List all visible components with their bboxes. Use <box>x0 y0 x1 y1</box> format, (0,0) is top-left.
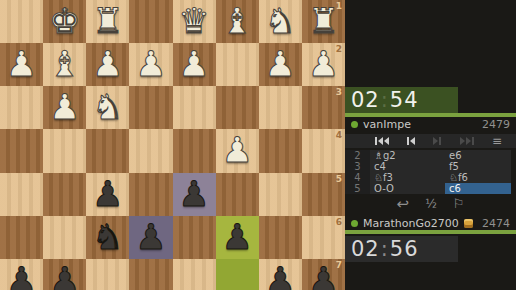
black-clock-separator: : <box>381 237 389 261</box>
square-a7[interactable]: 7♟ <box>302 259 345 290</box>
square-h4[interactable] <box>0 129 43 172</box>
game-actions: ↩ ½ ⚐ <box>345 194 516 213</box>
square-f6[interactable]: ♞ <box>86 216 129 259</box>
first-move-icon[interactable] <box>375 136 389 146</box>
square-d3[interactable] <box>173 86 216 129</box>
rank-coordinate-6: 6 <box>336 217 342 227</box>
board-container: ♚♜♛♝♞1♜♟♝♟♟♟♟2♟♟♞3♟4♟♟5♞♟♟6♟♟♟7♟♜♞♝♚♛♝♞8… <box>0 0 345 290</box>
square-h1[interactable] <box>0 0 43 43</box>
move-white-2[interactable]: ♗g2 <box>370 150 445 161</box>
white-clock: 02 : 54 <box>345 87 458 113</box>
piece-white-knight-f3[interactable]: ♞ <box>86 86 129 129</box>
piece-white-pawn-f2[interactable]: ♟ <box>86 43 129 86</box>
white-clock-separator: : <box>381 88 389 112</box>
square-d6[interactable] <box>173 216 216 259</box>
square-e5[interactable] <box>129 173 172 216</box>
piece-white-pawn-a2[interactable]: ♟ <box>302 43 345 86</box>
square-d2[interactable]: ♟ <box>173 43 216 86</box>
square-f5[interactable]: ♟ <box>86 173 129 216</box>
move-number: 5 <box>345 183 370 194</box>
move-number: 4 <box>345 172 370 183</box>
square-b5[interactable] <box>259 173 302 216</box>
piece-black-pawn-h7[interactable]: ♟ <box>0 259 43 290</box>
piece-white-pawn-b2[interactable]: ♟ <box>259 43 302 86</box>
square-g2[interactable]: ♝ <box>43 43 86 86</box>
online-dot-icon <box>351 220 358 227</box>
piece-black-pawn-b7[interactable]: ♟ <box>259 259 302 290</box>
square-d1[interactable]: ♛ <box>173 0 216 43</box>
square-b6[interactable] <box>259 216 302 259</box>
square-d5[interactable]: ♟ <box>173 173 216 216</box>
top-player-name[interactable]: vanImpe <box>363 119 411 131</box>
black-clock-minutes: 02 <box>351 237 380 261</box>
square-f2[interactable]: ♟ <box>86 43 129 86</box>
square-b3[interactable] <box>259 86 302 129</box>
square-a5[interactable]: 5 <box>302 173 345 216</box>
board: ♚♜♛♝♞1♜♟♝♟♟♟♟2♟♟♞3♟4♟♟5♞♟♟6♟♟♟7♟♜♞♝♚♛♝♞8… <box>0 0 345 290</box>
piece-black-pawn-d5[interactable]: ♟ <box>173 173 216 216</box>
square-f4[interactable] <box>86 129 129 172</box>
white-clock-seconds: 54 <box>390 88 419 112</box>
square-e6[interactable]: ♟ <box>129 216 172 259</box>
square-f7[interactable] <box>86 259 129 290</box>
move-list: 2♗g2e63c4f54♘f3♘f65O-Oc6 <box>345 150 511 194</box>
square-h5[interactable] <box>0 173 43 216</box>
draw-offer-icon[interactable]: ½ <box>425 197 437 211</box>
piece-white-rook-f1[interactable]: ♜ <box>86 0 129 43</box>
piece-white-rook-a1[interactable]: ♜ <box>302 0 345 43</box>
top-player-row: vanImpe 2479 <box>345 117 516 132</box>
square-a4[interactable]: 4 <box>302 129 345 172</box>
square-b7[interactable]: ♟ <box>259 259 302 290</box>
square-a6[interactable]: 6 <box>302 216 345 259</box>
move-black-5[interactable]: c6 <box>445 183 511 194</box>
square-d4[interactable] <box>173 129 216 172</box>
square-c2[interactable] <box>216 43 259 86</box>
piece-white-queen-d1[interactable]: ♛ <box>173 0 216 43</box>
top-player-rating: 2479 <box>482 118 510 131</box>
piece-black-pawn-a7[interactable]: ♟ <box>302 259 345 290</box>
piece-black-pawn-e6[interactable]: ♟ <box>129 216 172 259</box>
square-b4[interactable] <box>259 129 302 172</box>
square-g3[interactable]: ♟ <box>43 86 86 129</box>
move-white-4[interactable]: ♘f3 <box>370 172 445 183</box>
square-h2[interactable]: ♟ <box>0 43 43 86</box>
square-h6[interactable] <box>0 216 43 259</box>
sidebar: 02 : 54 vanImpe 2479 ≡ <box>345 0 516 290</box>
sidebar-spacer <box>345 0 516 87</box>
top-clock-row: 02 : 54 <box>345 87 516 113</box>
gold-emoji-badge-icon <box>464 219 473 228</box>
move-black-3[interactable]: f5 <box>445 161 511 172</box>
bottom-player-bar <box>345 230 516 234</box>
move-nav-bar: ≡ <box>345 134 516 148</box>
black-clock-seconds: 56 <box>390 237 419 261</box>
square-h3[interactable] <box>0 86 43 129</box>
square-c1[interactable]: ♝ <box>216 0 259 43</box>
move-black-4[interactable]: ♘f6 <box>445 172 511 183</box>
piece-white-pawn-c4[interactable]: ♟ <box>216 129 259 172</box>
square-g5[interactable] <box>43 173 86 216</box>
square-f3[interactable]: ♞ <box>86 86 129 129</box>
white-clock-minutes: 02 <box>351 88 380 112</box>
square-c3[interactable] <box>216 86 259 129</box>
board-menu-icon[interactable]: ≡ <box>492 136 502 146</box>
rank-coordinate-4: 4 <box>336 130 342 140</box>
piece-black-pawn-f5[interactable]: ♟ <box>86 173 129 216</box>
chess-app: ♚♜♛♝♞1♜♟♝♟♟♟♟2♟♟♞3♟4♟♟5♞♟♟6♟♟♟7♟♜♞♝♚♛♝♞8… <box>0 0 516 290</box>
square-c6[interactable]: ♟ <box>216 216 259 259</box>
last-move-icon[interactable] <box>460 136 474 146</box>
square-c7[interactable] <box>216 259 259 290</box>
rank-coordinate-3: 3 <box>336 87 342 97</box>
square-e7[interactable] <box>129 259 172 290</box>
move-white-3[interactable]: c4 <box>370 161 445 172</box>
piece-white-king-g1[interactable]: ♚ <box>43 0 86 43</box>
square-a2[interactable]: 2♟ <box>302 43 345 86</box>
bottom-player-name[interactable]: MarathonGo2700 <box>363 218 459 230</box>
square-g6[interactable] <box>43 216 86 259</box>
move-number: 3 <box>345 161 370 172</box>
square-g1[interactable]: ♚ <box>43 0 86 43</box>
rank-coordinate-5: 5 <box>336 174 342 184</box>
piece-white-pawn-h2[interactable]: ♟ <box>0 43 43 86</box>
next-move-icon[interactable] <box>433 136 441 146</box>
piece-white-pawn-e2[interactable]: ♟ <box>129 43 172 86</box>
piece-white-pawn-d2[interactable]: ♟ <box>173 43 216 86</box>
piece-black-pawn-c6[interactable]: ♟ <box>216 216 259 259</box>
square-g4[interactable] <box>43 129 86 172</box>
bottom-player-row: MarathonGo2700 2474 <box>345 217 516 230</box>
square-h7[interactable]: ♟ <box>0 259 43 290</box>
piece-white-knight-b1[interactable]: ♞ <box>259 0 302 43</box>
bottom-player-rating: 2474 <box>482 217 510 230</box>
square-e3[interactable] <box>129 86 172 129</box>
square-f1[interactable]: ♜ <box>86 0 129 43</box>
piece-black-knight-f6[interactable]: ♞ <box>86 216 129 259</box>
move-number: 2 <box>345 150 370 161</box>
square-e1[interactable] <box>129 0 172 43</box>
square-c5[interactable] <box>216 173 259 216</box>
move-white-5[interactable]: O-O <box>370 183 445 194</box>
online-dot-icon <box>351 121 358 128</box>
square-e2[interactable]: ♟ <box>129 43 172 86</box>
square-a3[interactable]: 3 <box>302 86 345 129</box>
square-d7[interactable] <box>173 259 216 290</box>
move-black-2[interactable]: e6 <box>445 150 511 161</box>
piece-white-bishop-c1[interactable]: ♝ <box>216 0 259 43</box>
square-g7[interactable]: ♟ <box>43 259 86 290</box>
square-b2[interactable]: ♟ <box>259 43 302 86</box>
black-clock: 02 : 56 <box>345 236 458 262</box>
piece-white-bishop-g2[interactable]: ♝ <box>43 43 86 86</box>
resign-flag-icon[interactable]: ⚐ <box>453 197 465 211</box>
piece-white-pawn-g3[interactable]: ♟ <box>43 86 86 129</box>
square-b1[interactable]: ♞ <box>259 0 302 43</box>
piece-black-pawn-g7[interactable]: ♟ <box>43 259 86 290</box>
square-e4[interactable] <box>129 129 172 172</box>
square-c4[interactable]: ♟ <box>216 129 259 172</box>
bottom-clock-row: 02 : 56 <box>345 236 516 262</box>
square-a1[interactable]: 1♜ <box>302 0 345 43</box>
takeback-icon[interactable]: ↩ <box>397 197 410 211</box>
previous-move-icon[interactable] <box>407 136 415 146</box>
